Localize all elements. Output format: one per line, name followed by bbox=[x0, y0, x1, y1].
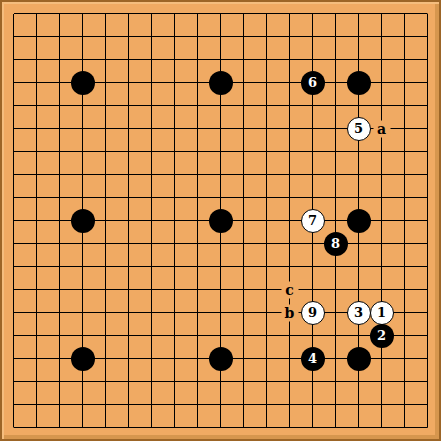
board-intersection bbox=[163, 117, 186, 140]
board-intersection bbox=[232, 2, 255, 25]
board-intersection bbox=[2, 232, 25, 255]
board-intersection bbox=[209, 48, 232, 71]
board-intersection bbox=[163, 25, 186, 48]
board-intersection bbox=[2, 301, 25, 324]
board-intersection bbox=[324, 209, 347, 232]
board-intersection bbox=[25, 117, 48, 140]
board-intersection bbox=[255, 2, 278, 25]
board-intersection bbox=[163, 94, 186, 117]
board-intersection bbox=[163, 416, 186, 439]
board-intersection bbox=[370, 416, 393, 439]
board-intersection bbox=[393, 301, 416, 324]
board-intersection bbox=[209, 209, 232, 232]
board-intersection bbox=[117, 370, 140, 393]
board-intersection bbox=[186, 140, 209, 163]
board-intersection bbox=[25, 347, 48, 370]
board-intersection bbox=[48, 94, 71, 117]
board-intersection bbox=[301, 163, 324, 186]
board-intersection bbox=[140, 163, 163, 186]
board-intersection bbox=[117, 301, 140, 324]
board-intersection bbox=[25, 140, 48, 163]
board-intersection bbox=[393, 48, 416, 71]
board-intersection bbox=[370, 94, 393, 117]
board-intersection bbox=[48, 2, 71, 25]
board-intersection bbox=[94, 48, 117, 71]
board-intersection bbox=[2, 163, 25, 186]
board-intersection bbox=[301, 25, 324, 48]
board-intersection bbox=[301, 324, 324, 347]
board-intersection bbox=[140, 94, 163, 117]
board-intersection bbox=[163, 186, 186, 209]
board-intersection bbox=[48, 347, 71, 370]
board-intersection bbox=[94, 416, 117, 439]
board-intersection bbox=[278, 48, 301, 71]
board-intersection bbox=[163, 347, 186, 370]
black-stone bbox=[347, 71, 371, 95]
board-intersection bbox=[163, 140, 186, 163]
board-intersection bbox=[117, 255, 140, 278]
board-intersection bbox=[186, 186, 209, 209]
board-intersection: c bbox=[278, 278, 301, 301]
board-intersection bbox=[25, 324, 48, 347]
board-intersection bbox=[416, 347, 439, 370]
board-intersection bbox=[324, 278, 347, 301]
board-intersection bbox=[94, 232, 117, 255]
board-intersection bbox=[324, 117, 347, 140]
board-intersection bbox=[278, 209, 301, 232]
board-intersection bbox=[255, 48, 278, 71]
board-intersection bbox=[393, 117, 416, 140]
board-intersection bbox=[278, 255, 301, 278]
board-intersection bbox=[416, 163, 439, 186]
board-intersection bbox=[140, 347, 163, 370]
board-intersection bbox=[25, 232, 48, 255]
board-intersection bbox=[347, 255, 370, 278]
board-intersection bbox=[163, 2, 186, 25]
board-intersection bbox=[370, 393, 393, 416]
board-intersection bbox=[301, 94, 324, 117]
board-intersection bbox=[324, 301, 347, 324]
board-intersection bbox=[94, 347, 117, 370]
board-intersection bbox=[209, 301, 232, 324]
board-intersection bbox=[2, 347, 25, 370]
board-intersection bbox=[232, 324, 255, 347]
board-intersection bbox=[416, 209, 439, 232]
black-stone-move-2: 2 bbox=[370, 324, 394, 348]
board-intersection bbox=[25, 416, 48, 439]
board-intersection bbox=[232, 255, 255, 278]
board-intersection bbox=[393, 255, 416, 278]
board-intersection bbox=[209, 324, 232, 347]
board-intersection bbox=[324, 48, 347, 71]
board-intersection bbox=[117, 186, 140, 209]
board-intersection bbox=[209, 255, 232, 278]
board-intersection bbox=[163, 163, 186, 186]
board-intersection bbox=[324, 94, 347, 117]
black-stone bbox=[209, 71, 233, 95]
board-intersection bbox=[393, 71, 416, 94]
board-intersection bbox=[209, 94, 232, 117]
board-intersection bbox=[71, 48, 94, 71]
board-intersection bbox=[393, 370, 416, 393]
board-intersection bbox=[232, 25, 255, 48]
board-intersection bbox=[186, 324, 209, 347]
board-intersection bbox=[71, 140, 94, 163]
board-intersection bbox=[140, 209, 163, 232]
board-intersection bbox=[94, 2, 117, 25]
board-intersection: 8 bbox=[324, 232, 347, 255]
board-intersection bbox=[347, 140, 370, 163]
board-intersection bbox=[393, 25, 416, 48]
board-intersection bbox=[255, 393, 278, 416]
board-intersection bbox=[186, 48, 209, 71]
board-intersection: 2 bbox=[370, 324, 393, 347]
board-intersection bbox=[2, 94, 25, 117]
board-intersection bbox=[71, 2, 94, 25]
board-intersection bbox=[140, 186, 163, 209]
board-intersection bbox=[370, 71, 393, 94]
board-intersection bbox=[25, 278, 48, 301]
board-intersection bbox=[48, 232, 71, 255]
board-intersection bbox=[25, 370, 48, 393]
board-intersection bbox=[186, 255, 209, 278]
board-intersection bbox=[71, 301, 94, 324]
board-intersection bbox=[324, 163, 347, 186]
board-intersection bbox=[71, 117, 94, 140]
board-intersection bbox=[278, 186, 301, 209]
board-intersection bbox=[347, 278, 370, 301]
board-intersection bbox=[71, 209, 94, 232]
board-intersection bbox=[2, 393, 25, 416]
board-intersection bbox=[232, 186, 255, 209]
go-board: 65a78cb93124 bbox=[0, 0, 441, 441]
board-intersection bbox=[163, 209, 186, 232]
board-intersection bbox=[347, 163, 370, 186]
board-intersection bbox=[278, 347, 301, 370]
go-diagram: 65a78cb93124 bbox=[0, 0, 441, 441]
board-intersection bbox=[301, 278, 324, 301]
board-intersection bbox=[186, 163, 209, 186]
board-intersection bbox=[416, 71, 439, 94]
board-intersection bbox=[324, 71, 347, 94]
board-intersection bbox=[140, 301, 163, 324]
board-intersection bbox=[324, 416, 347, 439]
board-intersection bbox=[117, 163, 140, 186]
board-intersection bbox=[209, 2, 232, 25]
board-intersection bbox=[209, 163, 232, 186]
board-intersection bbox=[25, 393, 48, 416]
board-intersection bbox=[255, 25, 278, 48]
board-intersection bbox=[186, 347, 209, 370]
board-intersection bbox=[324, 370, 347, 393]
board-intersection bbox=[94, 301, 117, 324]
board-intersection: 6 bbox=[301, 71, 324, 94]
board-intersection bbox=[186, 232, 209, 255]
board-intersection bbox=[140, 255, 163, 278]
board-intersection bbox=[416, 186, 439, 209]
board-intersection bbox=[186, 71, 209, 94]
board-intersection bbox=[25, 209, 48, 232]
black-stone-move-4: 4 bbox=[301, 347, 325, 371]
board-intersection bbox=[163, 71, 186, 94]
board-intersection bbox=[232, 347, 255, 370]
board-intersection bbox=[140, 71, 163, 94]
board-intersection bbox=[347, 416, 370, 439]
board-intersection bbox=[347, 370, 370, 393]
board-intersection bbox=[347, 232, 370, 255]
board-intersection bbox=[393, 186, 416, 209]
board-intersection bbox=[278, 140, 301, 163]
board-intersection bbox=[416, 232, 439, 255]
board-intersection bbox=[370, 255, 393, 278]
board-intersection bbox=[278, 370, 301, 393]
board-intersection bbox=[232, 71, 255, 94]
board-intersection: 9 bbox=[301, 301, 324, 324]
board-intersection bbox=[301, 393, 324, 416]
board-intersection bbox=[278, 94, 301, 117]
board-intersection bbox=[301, 370, 324, 393]
board-intersection bbox=[140, 324, 163, 347]
board-intersection bbox=[393, 232, 416, 255]
board-intersection bbox=[347, 25, 370, 48]
board-intersection bbox=[117, 393, 140, 416]
board-intersection bbox=[48, 71, 71, 94]
point-label-c: c bbox=[281, 281, 298, 298]
board-intersection bbox=[416, 48, 439, 71]
board-intersection bbox=[25, 48, 48, 71]
board-intersection bbox=[393, 324, 416, 347]
board-intersection bbox=[2, 2, 25, 25]
board-intersection bbox=[186, 25, 209, 48]
board-intersection bbox=[347, 94, 370, 117]
board-intersection bbox=[347, 186, 370, 209]
board-intersection bbox=[140, 2, 163, 25]
board-intersection bbox=[2, 48, 25, 71]
board-intersection bbox=[232, 278, 255, 301]
board-intersection bbox=[2, 370, 25, 393]
board-intersection bbox=[232, 163, 255, 186]
black-stone bbox=[347, 209, 371, 233]
board-intersection bbox=[140, 117, 163, 140]
board-intersection bbox=[48, 278, 71, 301]
board-intersection bbox=[324, 347, 347, 370]
board-intersection bbox=[2, 209, 25, 232]
board-intersection bbox=[416, 324, 439, 347]
board-intersection bbox=[71, 163, 94, 186]
board-intersection bbox=[48, 48, 71, 71]
board-intersection bbox=[301, 232, 324, 255]
board-intersection bbox=[209, 232, 232, 255]
board-intersection bbox=[370, 232, 393, 255]
board-intersection bbox=[25, 71, 48, 94]
board-intersection bbox=[94, 71, 117, 94]
board-intersection bbox=[255, 71, 278, 94]
board-intersection bbox=[94, 94, 117, 117]
board-intersection bbox=[232, 416, 255, 439]
board-intersection bbox=[2, 278, 25, 301]
board-intersection bbox=[232, 301, 255, 324]
board-intersection bbox=[393, 416, 416, 439]
board-intersection bbox=[71, 94, 94, 117]
point-label-a: a bbox=[373, 120, 390, 137]
board-intersection bbox=[186, 393, 209, 416]
black-stone-move-8: 8 bbox=[324, 232, 348, 256]
board-intersection bbox=[324, 25, 347, 48]
board-intersection bbox=[163, 278, 186, 301]
board-intersection bbox=[232, 232, 255, 255]
board-intersection bbox=[117, 232, 140, 255]
board-intersection bbox=[2, 186, 25, 209]
board-intersection bbox=[255, 416, 278, 439]
board-intersection bbox=[186, 416, 209, 439]
board-intersection bbox=[255, 347, 278, 370]
board-intersection bbox=[370, 140, 393, 163]
board-intersection bbox=[117, 416, 140, 439]
board-intersection bbox=[117, 209, 140, 232]
board-intersection bbox=[117, 25, 140, 48]
black-stone bbox=[209, 347, 233, 371]
board-intersection bbox=[2, 416, 25, 439]
board-intersection bbox=[140, 232, 163, 255]
board-intersection bbox=[370, 347, 393, 370]
board-intersection bbox=[71, 232, 94, 255]
board-intersection bbox=[347, 2, 370, 25]
board-intersection bbox=[393, 2, 416, 25]
board-intersection bbox=[324, 393, 347, 416]
board-intersection bbox=[255, 232, 278, 255]
board-intersection bbox=[48, 209, 71, 232]
board-intersection bbox=[255, 209, 278, 232]
board-intersection: 5 bbox=[347, 117, 370, 140]
board-intersection bbox=[140, 393, 163, 416]
board-intersection bbox=[140, 25, 163, 48]
black-stone bbox=[71, 209, 95, 233]
board-intersection bbox=[209, 71, 232, 94]
board-intersection bbox=[48, 163, 71, 186]
board-intersection bbox=[301, 2, 324, 25]
black-stone bbox=[71, 71, 95, 95]
board-intersection bbox=[347, 209, 370, 232]
board-intersection bbox=[255, 255, 278, 278]
board-intersection bbox=[94, 140, 117, 163]
board-intersection bbox=[163, 232, 186, 255]
board-intersection bbox=[163, 255, 186, 278]
board-intersection bbox=[370, 48, 393, 71]
board-intersection bbox=[209, 347, 232, 370]
board-intersection bbox=[209, 278, 232, 301]
board-intersection bbox=[416, 416, 439, 439]
board-intersection bbox=[209, 25, 232, 48]
board-intersection bbox=[2, 71, 25, 94]
board-intersection bbox=[393, 393, 416, 416]
board-intersection bbox=[347, 347, 370, 370]
board-intersection bbox=[209, 117, 232, 140]
board-intersection bbox=[140, 416, 163, 439]
board-intersection bbox=[393, 163, 416, 186]
board-intersection bbox=[25, 255, 48, 278]
board-intersection bbox=[163, 370, 186, 393]
board-intersection bbox=[25, 25, 48, 48]
board-intersection bbox=[48, 393, 71, 416]
board-intersection bbox=[416, 117, 439, 140]
board-intersection bbox=[117, 347, 140, 370]
board-intersection bbox=[347, 71, 370, 94]
board-intersection bbox=[232, 393, 255, 416]
board-intersection bbox=[370, 278, 393, 301]
board-intersection bbox=[186, 2, 209, 25]
board-intersection bbox=[347, 48, 370, 71]
board-intersection bbox=[163, 393, 186, 416]
board-intersection bbox=[94, 278, 117, 301]
board-intersection bbox=[301, 117, 324, 140]
board-intersection bbox=[255, 324, 278, 347]
board-intersection bbox=[94, 25, 117, 48]
board-intersection bbox=[232, 370, 255, 393]
board-intersection bbox=[278, 416, 301, 439]
board-intersection bbox=[232, 94, 255, 117]
board-intersection bbox=[278, 2, 301, 25]
white-stone-move-5: 5 bbox=[347, 117, 371, 141]
board-intersection bbox=[301, 255, 324, 278]
board-intersection bbox=[416, 278, 439, 301]
board-intersection bbox=[393, 347, 416, 370]
board-intersection bbox=[370, 163, 393, 186]
board-intersection bbox=[117, 48, 140, 71]
board-intersection bbox=[370, 2, 393, 25]
board-intersection bbox=[94, 324, 117, 347]
board-intersection bbox=[94, 370, 117, 393]
board-intersection bbox=[2, 25, 25, 48]
board-intersection bbox=[278, 393, 301, 416]
board-intersection bbox=[48, 140, 71, 163]
board-intersection bbox=[71, 370, 94, 393]
board-intersection bbox=[370, 209, 393, 232]
board-intersection bbox=[2, 255, 25, 278]
board-intersection bbox=[255, 117, 278, 140]
board-intersection bbox=[301, 186, 324, 209]
board-intersection bbox=[186, 370, 209, 393]
board-intersection bbox=[186, 301, 209, 324]
board-intersection bbox=[140, 370, 163, 393]
board-intersection: b bbox=[278, 301, 301, 324]
black-stone bbox=[71, 347, 95, 371]
board-intersection bbox=[324, 2, 347, 25]
board-intersection bbox=[117, 324, 140, 347]
board-intersection bbox=[255, 163, 278, 186]
board-intersection: a bbox=[370, 117, 393, 140]
board-intersection bbox=[117, 2, 140, 25]
board-intersection bbox=[278, 71, 301, 94]
board-intersection bbox=[25, 301, 48, 324]
board-intersection bbox=[117, 278, 140, 301]
board-intersection bbox=[416, 2, 439, 25]
board-intersection bbox=[48, 416, 71, 439]
board-intersection bbox=[255, 140, 278, 163]
board-intersection bbox=[186, 278, 209, 301]
board-intersection bbox=[278, 117, 301, 140]
board-intersection bbox=[117, 117, 140, 140]
board-intersection bbox=[48, 25, 71, 48]
board-intersection bbox=[71, 186, 94, 209]
board-intersection bbox=[416, 301, 439, 324]
board-intersection bbox=[416, 94, 439, 117]
board-intersection bbox=[48, 301, 71, 324]
board-intersection bbox=[163, 301, 186, 324]
board-intersection bbox=[255, 301, 278, 324]
board-intersection bbox=[232, 48, 255, 71]
board-intersection bbox=[393, 140, 416, 163]
board-intersection bbox=[186, 94, 209, 117]
